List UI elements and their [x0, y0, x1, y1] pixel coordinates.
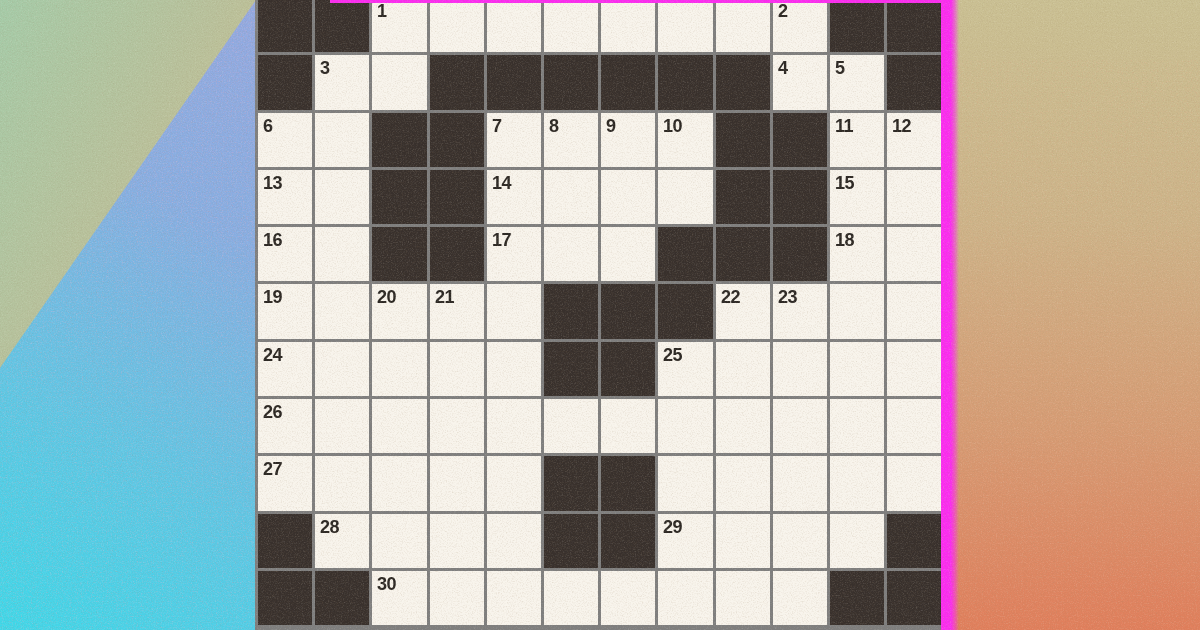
cell-r10c10[interactable] [773, 514, 827, 568]
cell-r11c7[interactable] [601, 571, 655, 625]
cell-r1c7[interactable] [601, 0, 655, 52]
cell-r6c8 [658, 284, 712, 338]
cell-r8c8[interactable] [658, 399, 712, 453]
cell-r2c6 [544, 55, 598, 109]
cell-r6c2[interactable] [315, 284, 369, 338]
clue-number: 19 [263, 287, 282, 306]
cell-r3c1[interactable]: 6 [258, 113, 312, 167]
cell-r9c4[interactable] [430, 456, 484, 510]
cell-r7c10[interactable] [773, 342, 827, 396]
cell-r3c9 [716, 113, 770, 167]
cell-r8c12[interactable] [887, 399, 941, 453]
cell-r1c2 [315, 0, 369, 52]
cell-r4c1[interactable]: 13 [258, 170, 312, 224]
cell-r5c3 [372, 227, 426, 281]
cell-r7c5[interactable] [487, 342, 541, 396]
cell-r1c5[interactable] [487, 0, 541, 52]
cell-r3c6[interactable]: 8 [544, 113, 598, 167]
clue-number: 3 [320, 58, 330, 77]
cell-r2c12 [887, 55, 941, 109]
clue-number: 25 [663, 345, 682, 364]
magenta-right-border [941, 0, 959, 630]
cell-r10c1 [258, 514, 312, 568]
cell-r6c3[interactable]: 20 [372, 284, 426, 338]
clue-number: 11 [835, 116, 853, 135]
cell-r9c1[interactable]: 27 [258, 456, 312, 510]
cell-r2c8 [658, 55, 712, 109]
cell-r5c9 [716, 227, 770, 281]
cell-r10c2[interactable]: 28 [315, 514, 369, 568]
cell-r3c5[interactable]: 7 [487, 113, 541, 167]
cell-r1c1 [258, 0, 312, 52]
cell-r6c6 [544, 284, 598, 338]
clue-number: 12 [892, 116, 911, 135]
cell-r9c11[interactable] [830, 456, 884, 510]
cell-r11c1 [258, 571, 312, 625]
cell-r1c4[interactable] [430, 0, 484, 52]
clue-number: 9 [606, 116, 616, 135]
cell-r7c1[interactable]: 24 [258, 342, 312, 396]
cell-r11c3[interactable]: 30 [372, 571, 426, 625]
cell-r5c6[interactable] [544, 227, 598, 281]
cell-r10c7 [601, 514, 655, 568]
cell-r7c3[interactable] [372, 342, 426, 396]
cell-r5c7[interactable] [601, 227, 655, 281]
cell-r1c8[interactable] [658, 0, 712, 52]
cell-r5c2[interactable] [315, 227, 369, 281]
cell-r2c7 [601, 55, 655, 109]
cell-r10c6 [544, 514, 598, 568]
cell-r8c9[interactable] [716, 399, 770, 453]
clue-number: 26 [263, 402, 282, 421]
cell-r7c6 [544, 342, 598, 396]
magenta-top-border [330, 0, 952, 3]
cell-r1c6[interactable] [544, 0, 598, 52]
background-right-band [948, 0, 1200, 630]
cell-r11c9[interactable] [716, 571, 770, 625]
cell-r7c7 [601, 342, 655, 396]
clue-number: 17 [492, 230, 511, 249]
cell-r5c12[interactable] [887, 227, 941, 281]
cell-r8c11[interactable] [830, 399, 884, 453]
cell-r6c11[interactable] [830, 284, 884, 338]
cell-r9c8[interactable] [658, 456, 712, 510]
cell-r9c10[interactable] [773, 456, 827, 510]
cell-r1c3[interactable]: 1 [372, 0, 426, 52]
clue-number: 13 [263, 173, 282, 192]
crossword-grid: 1234567891011121314151617181920212223242… [255, 0, 941, 630]
cell-r11c4[interactable] [430, 571, 484, 625]
cell-r8c7[interactable] [601, 399, 655, 453]
cell-r7c8[interactable]: 25 [658, 342, 712, 396]
clue-number: 27 [263, 459, 282, 478]
cell-r5c10 [773, 227, 827, 281]
cell-r4c12[interactable] [887, 170, 941, 224]
cell-r5c4 [430, 227, 484, 281]
cell-r11c12 [887, 571, 941, 625]
cell-r10c5[interactable] [487, 514, 541, 568]
cell-r11c2 [315, 571, 369, 625]
clue-number: 16 [263, 230, 282, 249]
cell-r7c4[interactable] [430, 342, 484, 396]
cell-r6c1[interactable]: 19 [258, 284, 312, 338]
cell-r5c5[interactable]: 17 [487, 227, 541, 281]
cell-r7c2[interactable] [315, 342, 369, 396]
cell-r5c1[interactable]: 16 [258, 227, 312, 281]
cell-r2c3[interactable] [372, 55, 426, 109]
cell-r11c10[interactable] [773, 571, 827, 625]
cell-r8c5[interactable] [487, 399, 541, 453]
clue-number: 28 [320, 517, 339, 536]
clue-number: 23 [778, 287, 797, 306]
cell-r9c2[interactable] [315, 456, 369, 510]
cell-r2c2[interactable]: 3 [315, 55, 369, 109]
cell-r4c9 [716, 170, 770, 224]
clue-number: 20 [377, 287, 396, 306]
clue-number: 30 [377, 574, 396, 593]
cell-r3c11[interactable]: 11 [830, 113, 884, 167]
cell-r6c9[interactable]: 22 [716, 284, 770, 338]
cell-r3c8[interactable]: 10 [658, 113, 712, 167]
cell-r11c6[interactable] [544, 571, 598, 625]
cell-r4c6[interactable] [544, 170, 598, 224]
cell-r4c4 [430, 170, 484, 224]
cell-r9c12[interactable] [887, 456, 941, 510]
cell-r7c9[interactable] [716, 342, 770, 396]
clue-number: 4 [778, 58, 788, 77]
cell-r6c5[interactable] [487, 284, 541, 338]
clue-number: 29 [663, 517, 682, 536]
cell-r2c10[interactable]: 4 [773, 55, 827, 109]
cell-r11c11 [830, 571, 884, 625]
cell-r8c4[interactable] [430, 399, 484, 453]
cell-r1c11 [830, 0, 884, 52]
cell-r3c10 [773, 113, 827, 167]
cell-r2c11[interactable]: 5 [830, 55, 884, 109]
clue-number: 7 [492, 116, 502, 135]
cell-r3c4 [430, 113, 484, 167]
cell-r8c3[interactable] [372, 399, 426, 453]
cell-r8c2[interactable] [315, 399, 369, 453]
clue-number: 1 [377, 1, 387, 20]
cell-r2c4 [430, 55, 484, 109]
cell-r11c8[interactable] [658, 571, 712, 625]
cell-r3c12[interactable]: 12 [887, 113, 941, 167]
cell-r2c1 [258, 55, 312, 109]
cell-r9c3[interactable] [372, 456, 426, 510]
clue-number: 8 [549, 116, 559, 135]
cell-r4c10 [773, 170, 827, 224]
clue-number: 21 [435, 287, 454, 306]
cell-r2c5 [487, 55, 541, 109]
cell-r10c3[interactable] [372, 514, 426, 568]
cell-r4c8[interactable] [658, 170, 712, 224]
clue-number: 15 [835, 173, 854, 192]
clue-number: 22 [721, 287, 740, 306]
cell-r1c9[interactable] [716, 0, 770, 52]
cell-r1c10[interactable]: 2 [773, 0, 827, 52]
cell-r3c3 [372, 113, 426, 167]
cell-r9c7 [601, 456, 655, 510]
clue-number: 6 [263, 116, 273, 135]
cell-r7c12[interactable] [887, 342, 941, 396]
cell-r4c5[interactable]: 14 [487, 170, 541, 224]
cell-r9c9[interactable] [716, 456, 770, 510]
cell-r6c10[interactable]: 23 [773, 284, 827, 338]
cell-r9c6 [544, 456, 598, 510]
cell-r3c2[interactable] [315, 113, 369, 167]
clue-number: 10 [663, 116, 682, 135]
cell-r10c4[interactable] [430, 514, 484, 568]
cell-r10c9[interactable] [716, 514, 770, 568]
clue-number: 14 [492, 173, 511, 192]
cell-r5c11[interactable]: 18 [830, 227, 884, 281]
cell-r10c8[interactable]: 29 [658, 514, 712, 568]
cell-r6c4[interactable]: 21 [430, 284, 484, 338]
cell-r10c11[interactable] [830, 514, 884, 568]
cell-r4c3 [372, 170, 426, 224]
cell-r8c6[interactable] [544, 399, 598, 453]
clue-number: 2 [778, 1, 788, 20]
cell-r1c12 [887, 0, 941, 52]
cell-r6c7 [601, 284, 655, 338]
cell-r4c2[interactable] [315, 170, 369, 224]
cell-r8c10[interactable] [773, 399, 827, 453]
cell-r8c1[interactable]: 26 [258, 399, 312, 453]
cell-r4c11[interactable]: 15 [830, 170, 884, 224]
clue-number: 18 [835, 230, 854, 249]
cell-r11c5[interactable] [487, 571, 541, 625]
clue-number: 5 [835, 58, 845, 77]
cell-r2c9 [716, 55, 770, 109]
cell-r7c11[interactable] [830, 342, 884, 396]
cell-r10c12 [887, 514, 941, 568]
cell-r4c7[interactable] [601, 170, 655, 224]
cell-r6c12[interactable] [887, 284, 941, 338]
cell-r3c7[interactable]: 9 [601, 113, 655, 167]
cell-r5c8 [658, 227, 712, 281]
cell-r9c5[interactable] [487, 456, 541, 510]
clue-number: 24 [263, 345, 282, 364]
